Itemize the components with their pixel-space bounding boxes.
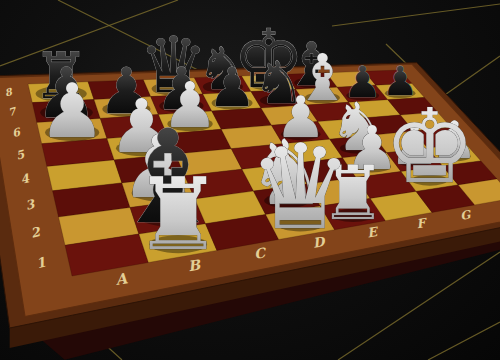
piece-white-queen-d1[interactable]: ♛ <box>248 119 353 256</box>
chess-board[interactable]: 3D wooden chess board with mid-game posi… <box>0 0 500 360</box>
floor-tile-seam <box>428 322 500 360</box>
floor-tile-seam <box>332 4 500 26</box>
piece-white-rook-b1[interactable]: ♜ <box>133 156 223 273</box>
piece-white-pawn-a6[interactable]: ♟ <box>39 67 106 155</box>
scene-3d-chess: 3D wooden chess board with mid-game posi… <box>0 0 500 360</box>
piece-white-king-g2[interactable]: ♚ <box>384 86 476 206</box>
